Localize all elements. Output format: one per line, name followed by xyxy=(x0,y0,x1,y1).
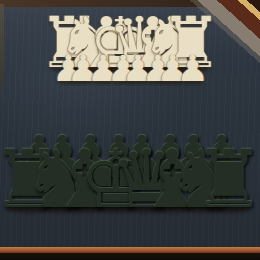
piece-black-rook[interactable]: ♜ xyxy=(193,140,260,220)
pieces-layer: ♜♞♝♚♛♝♞♜♟♟♟♟♟♟♟♟♟♟♟♟♟♟♟♟♜♞♝♚♛♝♞♜ xyxy=(0,0,260,260)
chessboard-photo: ♜♞♝♚♛♝♞♜♟♟♟♟♟♟♟♟♟♟♟♟♟♟♟♟♜♞♝♚♛♝♞♜ xyxy=(0,0,260,260)
piece-white-pawn[interactable]: ♟ xyxy=(177,51,209,87)
